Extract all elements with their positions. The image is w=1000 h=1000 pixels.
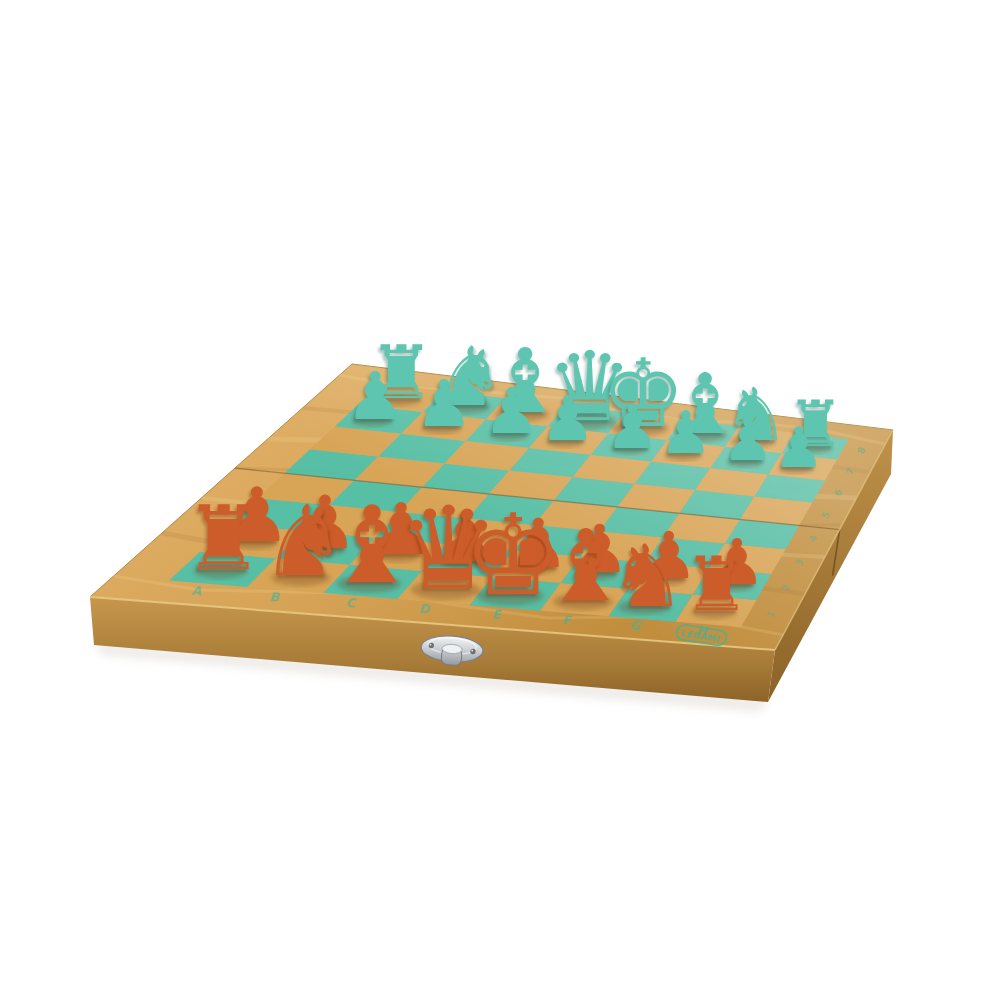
product-photo-scene: ABCDEFGH12345678 LEGAMI ♜♞♝♛♚♝♞♜♟♟♟♟♟♟♟♟… xyxy=(0,0,1000,1000)
chess-board: ABCDEFGH12345678 LEGAMI xyxy=(0,0,1000,1000)
